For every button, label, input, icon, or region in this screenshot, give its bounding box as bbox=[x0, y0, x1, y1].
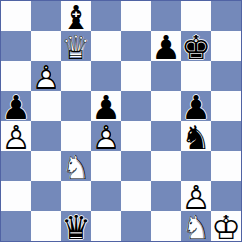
square-f6[interactable] bbox=[151, 61, 181, 91]
black-pawn: ♟ bbox=[151, 33, 181, 63]
square-f1[interactable] bbox=[151, 211, 181, 241]
square-f2[interactable] bbox=[151, 181, 181, 211]
square-a1[interactable] bbox=[1, 211, 31, 241]
square-f4[interactable] bbox=[151, 121, 181, 151]
square-h4[interactable] bbox=[211, 121, 241, 151]
square-h1[interactable]: ♚♔ bbox=[211, 211, 241, 241]
white-pawn: ♟♙ bbox=[31, 63, 61, 93]
square-h3[interactable] bbox=[211, 151, 241, 181]
square-a4[interactable]: ♟♙ bbox=[1, 121, 31, 151]
square-c6[interactable] bbox=[61, 61, 91, 91]
square-b6[interactable]: ♟♙ bbox=[31, 61, 61, 91]
square-c8[interactable]: ♝ bbox=[61, 1, 91, 31]
square-d1[interactable] bbox=[91, 211, 121, 241]
square-e2[interactable] bbox=[121, 181, 151, 211]
square-a2[interactable] bbox=[1, 181, 31, 211]
square-b7[interactable] bbox=[31, 31, 61, 61]
square-b8[interactable] bbox=[31, 1, 61, 31]
square-d7[interactable] bbox=[91, 31, 121, 61]
square-a7[interactable] bbox=[1, 31, 31, 61]
square-c4[interactable] bbox=[61, 121, 91, 151]
square-e6[interactable] bbox=[121, 61, 151, 91]
square-e5[interactable] bbox=[121, 91, 151, 121]
square-b5[interactable] bbox=[31, 91, 61, 121]
square-a5[interactable]: ♟ bbox=[1, 91, 31, 121]
square-g5[interactable]: ♟ bbox=[181, 91, 211, 121]
chess-board: ♝♛♕♟♚♟♙♟♟♟♟♙♟♙♞♞♘♟♙♛♞♘♚♔ bbox=[0, 0, 242, 242]
square-b3[interactable] bbox=[31, 151, 61, 181]
square-c1[interactable]: ♛ bbox=[61, 211, 91, 241]
square-h8[interactable] bbox=[211, 1, 241, 31]
black-queen: ♛ bbox=[61, 213, 91, 242]
square-g1[interactable]: ♞♘ bbox=[181, 211, 211, 241]
square-e3[interactable] bbox=[121, 151, 151, 181]
black-king: ♚ bbox=[181, 33, 211, 63]
square-g4[interactable]: ♞ bbox=[181, 121, 211, 151]
square-h5[interactable] bbox=[211, 91, 241, 121]
square-b2[interactable] bbox=[31, 181, 61, 211]
white-pawn: ♟♙ bbox=[91, 123, 121, 153]
black-knight: ♞ bbox=[181, 123, 211, 153]
square-a6[interactable] bbox=[1, 61, 31, 91]
square-d5[interactable]: ♟ bbox=[91, 91, 121, 121]
square-h7[interactable] bbox=[211, 31, 241, 61]
square-b4[interactable] bbox=[31, 121, 61, 151]
square-g6[interactable] bbox=[181, 61, 211, 91]
white-knight: ♞♘ bbox=[61, 153, 91, 183]
square-c3[interactable]: ♞♘ bbox=[61, 151, 91, 181]
square-d2[interactable] bbox=[91, 181, 121, 211]
square-d4[interactable]: ♟♙ bbox=[91, 121, 121, 151]
square-g8[interactable] bbox=[181, 1, 211, 31]
square-c5[interactable] bbox=[61, 91, 91, 121]
square-d8[interactable] bbox=[91, 1, 121, 31]
white-knight: ♞♘ bbox=[181, 213, 211, 242]
square-c7[interactable]: ♛♕ bbox=[61, 31, 91, 61]
square-f8[interactable] bbox=[151, 1, 181, 31]
square-f3[interactable] bbox=[151, 151, 181, 181]
white-king: ♚♔ bbox=[211, 213, 241, 242]
square-b1[interactable] bbox=[31, 211, 61, 241]
white-queen: ♛♕ bbox=[61, 33, 91, 63]
square-g2[interactable]: ♟♙ bbox=[181, 181, 211, 211]
square-d6[interactable] bbox=[91, 61, 121, 91]
square-e1[interactable] bbox=[121, 211, 151, 241]
square-f7[interactable]: ♟ bbox=[151, 31, 181, 61]
square-h2[interactable] bbox=[211, 181, 241, 211]
square-h6[interactable] bbox=[211, 61, 241, 91]
square-a8[interactable] bbox=[1, 1, 31, 31]
square-c2[interactable] bbox=[61, 181, 91, 211]
square-f5[interactable] bbox=[151, 91, 181, 121]
square-a3[interactable] bbox=[1, 151, 31, 181]
square-e4[interactable] bbox=[121, 121, 151, 151]
white-pawn: ♟♙ bbox=[1, 123, 31, 153]
square-e7[interactable] bbox=[121, 31, 151, 61]
square-d3[interactable] bbox=[91, 151, 121, 181]
square-g3[interactable] bbox=[181, 151, 211, 181]
square-e8[interactable] bbox=[121, 1, 151, 31]
square-g7[interactable]: ♚ bbox=[181, 31, 211, 61]
